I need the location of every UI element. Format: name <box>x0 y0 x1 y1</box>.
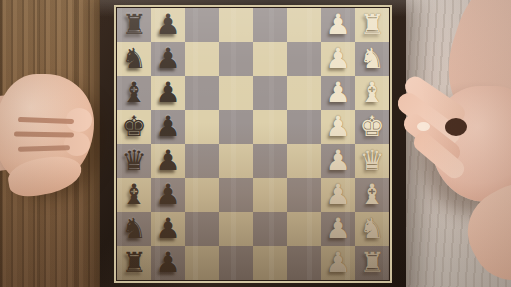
square-r4c3[interactable] <box>185 110 219 144</box>
square-r3c7[interactable]: ♟ <box>321 76 355 110</box>
square-r7c1[interactable]: ♞ <box>117 212 151 246</box>
piece-bP[interactable]: ♟ <box>151 8 185 42</box>
piece-wP[interactable]: ♟ <box>321 144 355 178</box>
square-r3c3[interactable] <box>185 76 219 110</box>
square-r5c8[interactable]: ♛ <box>355 144 389 178</box>
piece-bR[interactable]: ♜ <box>117 246 151 280</box>
square-r4c1[interactable]: ♚ <box>117 110 151 144</box>
square-r1c4[interactable] <box>219 8 253 42</box>
piece-bP[interactable]: ♟ <box>151 76 185 110</box>
piece-bN[interactable]: ♞ <box>117 212 151 246</box>
right-hand-fingernail <box>417 122 430 131</box>
square-r5c4[interactable] <box>219 144 253 178</box>
board-frame-inner-border: ♜♟♟♜♞♟♟♞♝♟♟♝♚♟♟♚♛♟♟♛♝♟♟♝♞♟♟♞♜♟♟♜ <box>114 5 392 283</box>
piece-bP[interactable]: ♟ <box>151 246 185 280</box>
square-r3c6[interactable] <box>287 76 321 110</box>
piece-wR[interactable]: ♜ <box>355 8 389 42</box>
square-r6c1[interactable]: ♝ <box>117 178 151 212</box>
square-r8c8[interactable]: ♜ <box>355 246 389 280</box>
square-r6c3[interactable] <box>185 178 219 212</box>
square-r7c5[interactable] <box>253 212 287 246</box>
square-r2c6[interactable] <box>287 42 321 76</box>
square-r2c3[interactable] <box>185 42 219 76</box>
piece-bP[interactable]: ♟ <box>151 110 185 144</box>
piece-wB[interactable]: ♝ <box>355 76 389 110</box>
square-r6c2[interactable]: ♟ <box>151 178 185 212</box>
square-r1c1[interactable]: ♜ <box>117 8 151 42</box>
piece-wP[interactable]: ♟ <box>321 178 355 212</box>
square-r1c3[interactable] <box>185 8 219 42</box>
right-player-hands-clasped <box>391 0 511 250</box>
piece-wR[interactable]: ♜ <box>355 246 389 280</box>
piece-bQ[interactable]: ♛ <box>117 144 151 178</box>
square-r3c1[interactable]: ♝ <box>117 76 151 110</box>
right-hand-finger-gap <box>445 118 467 136</box>
board-grid: ♜♟♟♜♞♟♟♞♝♟♟♝♚♟♟♚♛♟♟♛♝♟♟♝♞♟♟♞♜♟♟♜ <box>117 8 389 280</box>
piece-bP[interactable]: ♟ <box>151 212 185 246</box>
piece-wB[interactable]: ♝ <box>355 178 389 212</box>
piece-bP[interactable]: ♟ <box>151 178 185 212</box>
piece-bB[interactable]: ♝ <box>117 76 151 110</box>
square-r8c5[interactable] <box>253 246 287 280</box>
chess-board: ♜♟♟♜♞♟♟♞♝♟♟♝♚♟♟♚♛♟♟♛♝♟♟♝♞♟♟♞♜♟♟♜ <box>100 0 406 287</box>
square-r3c8[interactable]: ♝ <box>355 76 389 110</box>
piece-wP[interactable]: ♟ <box>321 212 355 246</box>
square-r6c5[interactable] <box>253 178 287 212</box>
piece-bP[interactable]: ♟ <box>151 42 185 76</box>
square-r8c7[interactable]: ♟ <box>321 246 355 280</box>
square-r6c7[interactable]: ♟ <box>321 178 355 212</box>
piece-wP[interactable]: ♟ <box>321 8 355 42</box>
piece-wP[interactable]: ♟ <box>321 42 355 76</box>
square-r4c8[interactable]: ♚ <box>355 110 389 144</box>
square-r1c7[interactable]: ♟ <box>321 8 355 42</box>
square-r2c8[interactable]: ♞ <box>355 42 389 76</box>
square-r2c4[interactable] <box>219 42 253 76</box>
square-r4c5[interactable] <box>253 110 287 144</box>
square-r8c2[interactable]: ♟ <box>151 246 185 280</box>
square-r2c5[interactable] <box>253 42 287 76</box>
square-r3c2[interactable]: ♟ <box>151 76 185 110</box>
square-r7c7[interactable]: ♟ <box>321 212 355 246</box>
square-r2c1[interactable]: ♞ <box>117 42 151 76</box>
piece-wN[interactable]: ♞ <box>355 42 389 76</box>
square-r1c5[interactable] <box>253 8 287 42</box>
piece-bB[interactable]: ♝ <box>117 178 151 212</box>
piece-wK[interactable]: ♚ <box>355 110 389 144</box>
square-r1c6[interactable] <box>287 8 321 42</box>
square-r1c2[interactable]: ♟ <box>151 8 185 42</box>
square-r5c2[interactable]: ♟ <box>151 144 185 178</box>
square-r8c3[interactable] <box>185 246 219 280</box>
piece-bK[interactable]: ♚ <box>117 110 151 144</box>
square-r7c8[interactable]: ♞ <box>355 212 389 246</box>
square-r7c4[interactable] <box>219 212 253 246</box>
left-hand-finger-crease <box>14 131 74 137</box>
square-r1c8[interactable]: ♜ <box>355 8 389 42</box>
square-r8c6[interactable] <box>287 246 321 280</box>
square-r5c1[interactable]: ♛ <box>117 144 151 178</box>
square-r5c7[interactable]: ♟ <box>321 144 355 178</box>
square-r4c6[interactable] <box>287 110 321 144</box>
piece-wN[interactable]: ♞ <box>355 212 389 246</box>
square-r4c2[interactable]: ♟ <box>151 110 185 144</box>
square-r6c6[interactable] <box>287 178 321 212</box>
square-r6c4[interactable] <box>219 178 253 212</box>
square-r6c8[interactable]: ♝ <box>355 178 389 212</box>
piece-bN[interactable]: ♞ <box>117 42 151 76</box>
square-r7c3[interactable] <box>185 212 219 246</box>
piece-bP[interactable]: ♟ <box>151 144 185 178</box>
piece-bR[interactable]: ♜ <box>117 8 151 42</box>
square-r3c4[interactable] <box>219 76 253 110</box>
square-r8c4[interactable] <box>219 246 253 280</box>
piece-wP[interactable]: ♟ <box>321 76 355 110</box>
square-r7c6[interactable] <box>287 212 321 246</box>
square-r5c3[interactable] <box>185 144 219 178</box>
piece-wP[interactable]: ♟ <box>321 110 355 144</box>
square-r4c7[interactable]: ♟ <box>321 110 355 144</box>
square-r3c5[interactable] <box>253 76 287 110</box>
square-r5c6[interactable] <box>287 144 321 178</box>
piece-wP[interactable]: ♟ <box>321 246 355 280</box>
square-r4c4[interactable] <box>219 110 253 144</box>
square-r2c7[interactable]: ♟ <box>321 42 355 76</box>
square-r7c2[interactable]: ♟ <box>151 212 185 246</box>
square-r2c2[interactable]: ♟ <box>151 42 185 76</box>
square-r8c1[interactable]: ♜ <box>117 246 151 280</box>
piece-wQ[interactable]: ♛ <box>355 144 389 178</box>
left-player-hand <box>0 70 112 200</box>
square-r5c5[interactable] <box>253 144 287 178</box>
